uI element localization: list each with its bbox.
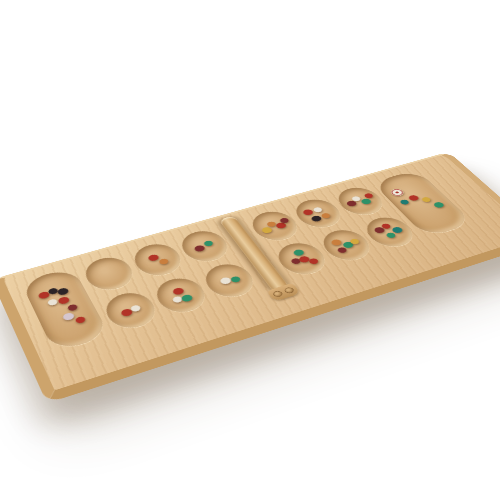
- stone-eye: [389, 188, 406, 197]
- pit-upper-1[interactable]: [79, 253, 139, 294]
- mancala-board: ●●●●●●●● ●● ●● ●●●● ●●●● ●●●● ●● ●●● ●● …: [0, 152, 500, 404]
- pit-upper-2[interactable]: ●●: [128, 240, 188, 280]
- product-photo-scene: ●●●●●●●● ●● ●● ●●●● ●●●● ●●●● ●● ●●● ●● …: [0, 0, 500, 500]
- pit-lower-2[interactable]: ●●●: [150, 274, 213, 318]
- hinge-pin-icon: [283, 286, 295, 294]
- pit-lower-1[interactable]: ●●: [99, 288, 162, 333]
- stone-red: ●: [305, 256, 323, 267]
- stone-green: ●: [430, 200, 447, 210]
- stone-red: ●: [71, 313, 89, 325]
- hinge-pin-icon: [272, 290, 284, 298]
- stone-orange: ●: [155, 256, 172, 267]
